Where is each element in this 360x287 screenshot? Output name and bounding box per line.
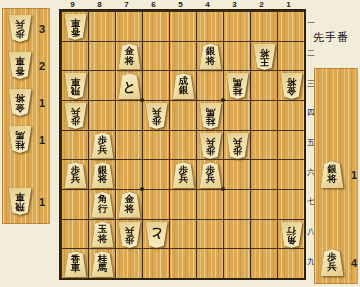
gote-pawn-piece[interactable]: 歩兵 [118,222,141,248]
sente-bishop-piece[interactable]: 角行 [91,192,114,218]
gote-hand-gold-count: 1 [39,97,45,109]
file-label-4: 4 [202,0,214,9]
gote-knight-piece[interactable]: 桂馬 [226,73,249,99]
square-9-3[interactable]: 飛車 [64,73,87,99]
sente-knight-piece[interactable]: 桂馬 [91,251,114,277]
file-label-3: 3 [229,0,241,9]
sente-hand-silver-count: 1 [351,169,357,181]
square-8-8[interactable]: 玉将 [91,222,114,248]
hoshi-star-point [140,187,144,191]
gote-hand-knight[interactable]: 桂馬1 [8,126,45,153]
file-label-2: 2 [256,0,268,9]
square-4-5[interactable]: 歩兵 [199,133,222,159]
sente-pawn-piece[interactable]: 歩兵 [64,162,87,188]
square-3-5[interactable]: 歩兵 [226,133,249,159]
square-5-3[interactable]: 成銀 [172,73,195,99]
gote-rook-piece[interactable]: 飛車 [8,188,32,215]
gote-lance-piece[interactable]: 香車 [64,14,87,40]
gote-hand-pawn[interactable]: 歩兵3 [8,15,45,42]
sente-silver-piece[interactable]: 銀将 [91,162,114,188]
gote-hand-rook-count: 1 [39,196,45,208]
turn-indicator: 先手番 [313,30,359,45]
file-label-7: 7 [121,0,133,9]
sente-pawn-piece[interactable]: 歩兵 [320,249,344,276]
square-8-6[interactable]: 銀将 [91,162,114,188]
sente-pawn-piece[interactable]: 歩兵 [91,133,114,159]
gote-pawn-piece[interactable]: 歩兵 [226,133,249,159]
gote-hand-pawn-count: 3 [39,23,45,35]
square-6-4[interactable]: 歩兵 [145,103,168,129]
square-8-5[interactable]: 歩兵 [91,133,114,159]
square-5-6[interactable]: 歩兵 [172,162,195,188]
file-label-8: 8 [94,0,106,9]
gote-hand-gold[interactable]: 金将1 [8,89,45,116]
shogi-board[interactable]: 香車金将銀将王将飛車と成銀桂馬金将歩兵歩兵桂馬歩兵歩兵歩兵歩兵銀将歩兵歩兵角行金… [59,9,306,280]
sente-promoted-silver-piece[interactable]: 成銀 [172,73,195,99]
gote-pawn-piece[interactable]: 歩兵 [8,15,32,42]
square-6-8[interactable]: と [145,222,168,248]
rank-label-2: 二 [305,49,317,58]
gote-rook-piece[interactable]: 飛車 [64,73,87,99]
square-4-2[interactable]: 銀将 [199,44,222,70]
sente-hand-pawn-count: 4 [351,257,357,269]
sente-gold-piece[interactable]: 金将 [118,192,141,218]
gote-hand-knight-count: 1 [39,134,45,146]
gote-gold-piece[interactable]: 金将 [8,89,32,116]
hoshi-star-point [221,98,225,102]
square-1-8[interactable]: 角行 [280,222,303,248]
rank-label-1: 一 [305,19,317,28]
file-label-1: 1 [283,0,295,9]
sente-pawn-piece[interactable]: 歩兵 [172,162,195,188]
gote-hand-lance[interactable]: 香車2 [8,52,45,79]
square-7-7[interactable]: 金将 [118,192,141,218]
file-label-6: 6 [148,0,160,9]
square-2-2[interactable]: 王将 [253,44,276,70]
gote-knight-piece[interactable]: 桂馬 [199,103,222,129]
sente-pawn-piece[interactable]: 歩兵 [199,162,222,188]
square-1-3[interactable]: 金将 [280,73,303,99]
square-4-6[interactable]: 歩兵 [199,162,222,188]
square-9-6[interactable]: 歩兵 [64,162,87,188]
square-7-3[interactable]: と [118,73,141,99]
gote-pawn-piece[interactable]: 歩兵 [199,133,222,159]
shogi-app: 987654321 香車金将銀将王将飛車と成銀桂馬金将歩兵歩兵桂馬歩兵歩兵歩兵歩… [0,0,360,287]
gote-pawn-piece[interactable]: 歩兵 [145,103,168,129]
sente-gold-piece[interactable]: 金将 [118,44,141,70]
square-8-7[interactable]: 角行 [91,192,114,218]
sente-tokin-piece[interactable]: と [118,73,141,99]
sente-hand-silver[interactable]: 銀将1 [320,161,357,188]
gote-pawn-piece[interactable]: 歩兵 [64,103,87,129]
square-8-9[interactable]: 桂馬 [91,251,114,277]
gote-hand-rook[interactable]: 飛車1 [8,188,45,215]
square-9-1[interactable]: 香車 [64,14,87,40]
gote-gold-piece[interactable]: 金将 [280,73,303,99]
sente-silver-piece[interactable]: 銀将 [320,161,344,188]
gote-tokin-piece[interactable]: と [145,222,168,248]
square-7-8[interactable]: 歩兵 [118,222,141,248]
gote-knight-piece[interactable]: 桂馬 [8,126,32,153]
sente-king-piece[interactable]: 玉将 [91,222,114,248]
gote-king-piece[interactable]: 王将 [253,44,276,70]
square-9-9[interactable]: 香車 [64,251,87,277]
sente-hand-tray[interactable]: 銀将1歩兵4 [314,68,358,284]
gote-hand-lance-count: 2 [39,60,45,72]
gote-hand-tray[interactable]: 歩兵3香車2金将1桂馬1飛車1 [2,8,50,224]
square-3-3[interactable]: 桂馬 [226,73,249,99]
sente-lance-piece[interactable]: 香車 [64,251,87,277]
square-9-4[interactable]: 歩兵 [64,103,87,129]
sente-hand-pawn[interactable]: 歩兵4 [320,249,357,276]
file-label-5: 5 [175,0,187,9]
gote-lance-piece[interactable]: 香車 [8,52,32,79]
square-4-4[interactable]: 桂馬 [199,103,222,129]
file-label-9: 9 [67,0,79,9]
sente-silver-piece[interactable]: 銀将 [199,44,222,70]
square-7-2[interactable]: 金将 [118,44,141,70]
gote-bishop-piece[interactable]: 角行 [280,222,303,248]
